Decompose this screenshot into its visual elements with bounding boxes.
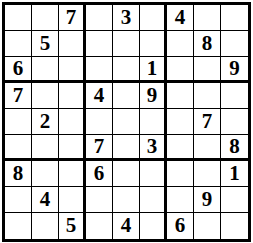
cell-r5c4-empty[interactable] <box>86 109 113 135</box>
cell-r6c3-empty[interactable] <box>59 135 86 161</box>
cell-r5c8-given-7[interactable]: 7 <box>194 109 221 135</box>
cell-r2c7-empty[interactable] <box>167 31 194 57</box>
cell-r2c2-given-5[interactable]: 5 <box>32 31 59 57</box>
cell-r8c8-given-9[interactable]: 9 <box>194 187 221 213</box>
cell-r9c4-empty[interactable] <box>86 213 113 239</box>
cell-r3c6-given-1[interactable]: 1 <box>140 57 167 83</box>
cell-r2c4-empty[interactable] <box>86 31 113 57</box>
cell-r7c2-empty[interactable] <box>32 161 59 187</box>
cell-r7c4-given-6[interactable]: 6 <box>86 161 113 187</box>
cell-r2c9-empty[interactable] <box>221 31 248 57</box>
sudoku-page: 734586197492773886149546 <box>0 0 253 243</box>
cell-r3c7-empty[interactable] <box>167 57 194 83</box>
cell-r4c4-given-4[interactable]: 4 <box>86 83 113 109</box>
cell-r2c8-given-8[interactable]: 8 <box>194 31 221 57</box>
cell-r1c2-empty[interactable] <box>32 5 59 31</box>
cell-r5c9-empty[interactable] <box>221 109 248 135</box>
cell-r1c8-empty[interactable] <box>194 5 221 31</box>
cell-r2c3-empty[interactable] <box>59 31 86 57</box>
cell-r2c5-empty[interactable] <box>113 31 140 57</box>
cell-r6c1-empty[interactable] <box>5 135 32 161</box>
cell-r8c2-given-4[interactable]: 4 <box>32 187 59 213</box>
cell-r4c5-empty[interactable] <box>113 83 140 109</box>
cell-r1c4-empty[interactable] <box>86 5 113 31</box>
cell-r7c3-empty[interactable] <box>59 161 86 187</box>
cell-r1c7-given-4[interactable]: 4 <box>167 5 194 31</box>
sudoku-board: 734586197492773886149546 <box>2 2 251 242</box>
cell-r7c9-given-1[interactable]: 1 <box>221 161 248 187</box>
cell-r5c1-empty[interactable] <box>5 109 32 135</box>
cell-r3c2-empty[interactable] <box>32 57 59 83</box>
cell-r1c6-empty[interactable] <box>140 5 167 31</box>
cell-r3c4-empty[interactable] <box>86 57 113 83</box>
cell-r4c8-empty[interactable] <box>194 83 221 109</box>
cell-r3c9-given-9[interactable]: 9 <box>221 57 248 83</box>
cell-r8c4-empty[interactable] <box>86 187 113 213</box>
cell-r4c1-given-7[interactable]: 7 <box>5 83 32 109</box>
cell-r5c6-empty[interactable] <box>140 109 167 135</box>
cell-r8c5-empty[interactable] <box>113 187 140 213</box>
cell-r4c6-given-9[interactable]: 9 <box>140 83 167 109</box>
cell-r4c9-empty[interactable] <box>221 83 248 109</box>
cell-r9c5-given-4[interactable]: 4 <box>113 213 140 239</box>
cell-r6c4-given-7[interactable]: 7 <box>86 135 113 161</box>
cell-r4c2-empty[interactable] <box>32 83 59 109</box>
cell-r3c5-empty[interactable] <box>113 57 140 83</box>
cell-r1c9-empty[interactable] <box>221 5 248 31</box>
cell-r6c9-given-8[interactable]: 8 <box>221 135 248 161</box>
cell-r9c6-empty[interactable] <box>140 213 167 239</box>
cell-r6c2-empty[interactable] <box>32 135 59 161</box>
cell-r5c2-given-2[interactable]: 2 <box>32 109 59 135</box>
cell-r3c8-empty[interactable] <box>194 57 221 83</box>
cell-r5c7-empty[interactable] <box>167 109 194 135</box>
cell-r8c1-empty[interactable] <box>5 187 32 213</box>
cell-r8c3-empty[interactable] <box>59 187 86 213</box>
cell-r6c8-empty[interactable] <box>194 135 221 161</box>
cell-r7c7-empty[interactable] <box>167 161 194 187</box>
cell-r8c6-empty[interactable] <box>140 187 167 213</box>
cell-r7c5-empty[interactable] <box>113 161 140 187</box>
cell-r9c9-empty[interactable] <box>221 213 248 239</box>
cell-r4c3-empty[interactable] <box>59 83 86 109</box>
cell-r9c3-given-5[interactable]: 5 <box>59 213 86 239</box>
cell-r9c7-given-6[interactable]: 6 <box>167 213 194 239</box>
cell-r1c3-given-7[interactable]: 7 <box>59 5 86 31</box>
cell-r1c1-empty[interactable] <box>5 5 32 31</box>
cell-r7c8-empty[interactable] <box>194 161 221 187</box>
cell-r9c2-empty[interactable] <box>32 213 59 239</box>
cell-r6c7-empty[interactable] <box>167 135 194 161</box>
cell-r9c8-empty[interactable] <box>194 213 221 239</box>
cell-r5c5-empty[interactable] <box>113 109 140 135</box>
cell-r2c6-empty[interactable] <box>140 31 167 57</box>
cell-r8c7-empty[interactable] <box>167 187 194 213</box>
cell-r3c1-given-6[interactable]: 6 <box>5 57 32 83</box>
cell-r2c1-empty[interactable] <box>5 31 32 57</box>
cell-r6c5-empty[interactable] <box>113 135 140 161</box>
cell-r1c5-given-3[interactable]: 3 <box>113 5 140 31</box>
cell-r7c1-given-8[interactable]: 8 <box>5 161 32 187</box>
cell-r3c3-empty[interactable] <box>59 57 86 83</box>
cell-r5c3-empty[interactable] <box>59 109 86 135</box>
cell-r7c6-empty[interactable] <box>140 161 167 187</box>
cell-r8c9-empty[interactable] <box>221 187 248 213</box>
cell-r6c6-given-3[interactable]: 3 <box>140 135 167 161</box>
cell-r4c7-empty[interactable] <box>167 83 194 109</box>
cell-r9c1-empty[interactable] <box>5 213 32 239</box>
